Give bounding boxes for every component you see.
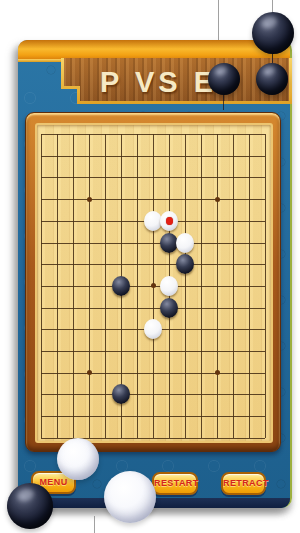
black-stone bbox=[112, 276, 130, 296]
white-stone bbox=[160, 211, 178, 231]
grid-line-vertical bbox=[265, 134, 266, 438]
grid-line-horizontal bbox=[41, 416, 265, 417]
grid-line-horizontal bbox=[41, 134, 265, 135]
white-stone bbox=[160, 276, 178, 296]
gomoku-board[interactable] bbox=[35, 123, 273, 443]
grid-line-horizontal bbox=[41, 199, 265, 200]
retract-button[interactable]: RETRACT bbox=[221, 472, 266, 495]
star-point bbox=[87, 197, 92, 202]
grid-line-horizontal bbox=[41, 264, 265, 265]
game-panel: P VS E MENU RESTART RETRACT bbox=[18, 40, 292, 508]
decor-black-stone bbox=[7, 483, 53, 529]
grid-line-horizontal bbox=[41, 177, 265, 178]
grid-line-horizontal bbox=[41, 308, 265, 309]
star-point bbox=[215, 370, 220, 375]
decor-white-stone bbox=[104, 471, 156, 523]
header-orange-strip bbox=[18, 40, 290, 60]
stone-string bbox=[223, 94, 224, 110]
grid-line-horizontal bbox=[41, 373, 265, 374]
stone-string bbox=[94, 516, 95, 533]
star-point bbox=[151, 283, 156, 288]
decor-black-stone bbox=[208, 63, 240, 95]
board-frame bbox=[25, 112, 281, 452]
last-move-marker bbox=[166, 217, 173, 225]
white-stone bbox=[176, 233, 194, 253]
star-point bbox=[87, 370, 92, 375]
header-gold-trim bbox=[18, 59, 67, 62]
black-stone bbox=[112, 384, 130, 404]
grid-line-horizontal bbox=[41, 156, 265, 157]
board-grid bbox=[37, 125, 271, 441]
decor-black-stone bbox=[252, 12, 294, 54]
decor-white-stone bbox=[57, 438, 99, 480]
black-stone bbox=[176, 254, 194, 274]
restart-button[interactable]: RESTART bbox=[152, 472, 198, 495]
star-point bbox=[215, 197, 220, 202]
white-stone bbox=[144, 319, 162, 339]
grid-line-horizontal bbox=[41, 351, 265, 352]
black-stone bbox=[160, 298, 178, 318]
grid-line-horizontal bbox=[41, 394, 265, 395]
decor-black-stone bbox=[256, 63, 288, 95]
grid-line-horizontal bbox=[41, 243, 265, 244]
